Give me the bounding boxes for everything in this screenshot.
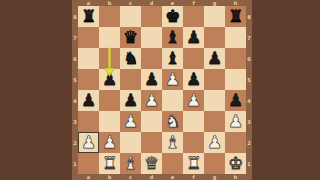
square-a5[interactable] (78, 69, 99, 90)
piece-white-knight[interactable]: ♞ (165, 111, 180, 132)
square-h2[interactable] (225, 132, 246, 153)
square-h6[interactable] (225, 48, 246, 69)
square-a2[interactable]: ♟ (78, 132, 99, 153)
square-e3[interactable]: ♞ (162, 111, 183, 132)
square-h3[interactable]: ♟ (225, 111, 246, 132)
square-g2[interactable]: ♟ (204, 132, 225, 153)
square-g7[interactable] (204, 27, 225, 48)
square-g1[interactable] (204, 153, 225, 174)
square-g5[interactable] (204, 69, 225, 90)
piece-white-pawn[interactable]: ♟ (228, 111, 243, 132)
square-h4[interactable]: ♟ (225, 90, 246, 111)
square-d6[interactable] (141, 48, 162, 69)
piece-black-bishop[interactable]: ♝ (165, 27, 180, 48)
square-b2[interactable]: ♟ (99, 132, 120, 153)
square-c4[interactable]: ♟ (120, 90, 141, 111)
piece-white-rook[interactable]: ♜ (186, 153, 201, 174)
square-b6[interactable] (99, 48, 120, 69)
rank-label-right-3: 3 (246, 111, 252, 132)
board-frame-corner (246, 174, 252, 180)
file-label-bottom-c: c (120, 174, 141, 180)
piece-black-knight[interactable]: ♞ (123, 48, 138, 69)
square-c6[interactable]: ♞ (120, 48, 141, 69)
square-h5[interactable] (225, 69, 246, 90)
rank-label-right-5: 5 (246, 69, 252, 90)
square-a1[interactable] (78, 153, 99, 174)
piece-black-pawn[interactable]: ♟ (102, 69, 117, 90)
piece-white-queen[interactable]: ♛ (144, 153, 159, 174)
square-g6[interactable]: ♟ (204, 48, 225, 69)
square-c2[interactable] (120, 132, 141, 153)
rank-label-right-6: 6 (246, 48, 252, 69)
square-e4[interactable] (162, 90, 183, 111)
square-f6[interactable] (183, 48, 204, 69)
square-h8[interactable]: ♜ (225, 6, 246, 27)
square-a3[interactable] (78, 111, 99, 132)
square-g8[interactable] (204, 6, 225, 27)
piece-black-king[interactable]: ♚ (165, 6, 180, 27)
file-label-bottom-h: h (225, 174, 246, 180)
file-label-bottom-f: f (183, 174, 204, 180)
piece-white-bishop[interactable]: ♝ (165, 132, 180, 153)
square-d4[interactable]: ♟ (141, 90, 162, 111)
piece-black-rook[interactable]: ♜ (228, 6, 243, 27)
square-g4[interactable] (204, 90, 225, 111)
rank-label-right-1: 1 (246, 153, 252, 174)
piece-white-rook[interactable]: ♜ (102, 153, 117, 174)
file-label-bottom-g: g (204, 174, 225, 180)
square-d5[interactable]: ♟ (141, 69, 162, 90)
piece-black-pawn[interactable]: ♟ (228, 90, 243, 111)
square-e1[interactable] (162, 153, 183, 174)
square-f4[interactable]: ♟ (183, 90, 204, 111)
piece-black-pawn[interactable]: ♟ (81, 90, 96, 111)
square-f1[interactable]: ♜ (183, 153, 204, 174)
square-d2[interactable] (141, 132, 162, 153)
square-b8[interactable] (99, 6, 120, 27)
piece-white-king[interactable]: ♚ (228, 153, 243, 174)
piece-white-pawn[interactable]: ♟ (102, 132, 117, 153)
square-b1[interactable]: ♜ (99, 153, 120, 174)
square-d8[interactable] (141, 6, 162, 27)
square-e8[interactable]: ♚ (162, 6, 183, 27)
piece-black-rook[interactable]: ♜ (81, 6, 96, 27)
square-c3[interactable]: ♟ (120, 111, 141, 132)
file-label-bottom-a: a (78, 174, 99, 180)
square-b5[interactable]: ♟ (99, 69, 120, 90)
square-g3[interactable] (204, 111, 225, 132)
piece-black-pawn[interactable]: ♟ (123, 90, 138, 111)
square-f2[interactable] (183, 132, 204, 153)
piece-white-pawn[interactable]: ♟ (207, 132, 222, 153)
square-d1[interactable]: ♛ (141, 153, 162, 174)
file-label-bottom-b: b (99, 174, 120, 180)
piece-white-pawn[interactable]: ♟ (144, 90, 159, 111)
piece-white-pawn[interactable]: ♟ (123, 111, 138, 132)
rank-label-right-8: 8 (246, 6, 252, 27)
square-a6[interactable] (78, 48, 99, 69)
piece-white-bishop[interactable]: ♝ (123, 153, 138, 174)
piece-black-queen[interactable]: ♛ (123, 27, 138, 48)
square-c1[interactable]: ♝ (120, 153, 141, 174)
chess-board: abcdefgh8♜♚♜87♛♝♟76♞♝♟65♟♟♟♟54♟♟♟♟♟43♟♞♟… (72, 0, 252, 180)
piece-white-pawn[interactable]: ♟ (186, 90, 201, 111)
file-label-bottom-e: e (162, 174, 183, 180)
piece-black-pawn[interactable]: ♟ (186, 69, 201, 90)
piece-black-pawn[interactable]: ♟ (144, 69, 159, 90)
chess-app-frame: abcdefgh8♜♚♜87♛♝♟76♞♝♟65♟♟♟♟54♟♟♟♟♟43♟♞♟… (0, 0, 320, 180)
square-f5[interactable]: ♟ (183, 69, 204, 90)
rank-label-right-7: 7 (246, 27, 252, 48)
square-f3[interactable] (183, 111, 204, 132)
rank-label-right-2: 2 (246, 132, 252, 153)
square-e5[interactable]: ♟ (162, 69, 183, 90)
square-b3[interactable] (99, 111, 120, 132)
file-label-bottom-d: d (141, 174, 162, 180)
piece-black-bishop[interactable]: ♝ (165, 48, 180, 69)
square-c8[interactable] (120, 6, 141, 27)
square-h1[interactable]: ♚ (225, 153, 246, 174)
rank-label-right-4: 4 (246, 90, 252, 111)
square-h7[interactable] (225, 27, 246, 48)
piece-white-pawn[interactable]: ♟ (165, 69, 180, 90)
square-c5[interactable] (120, 69, 141, 90)
square-e6[interactable]: ♝ (162, 48, 183, 69)
piece-black-pawn[interactable]: ♟ (207, 48, 222, 69)
square-b4[interactable] (99, 90, 120, 111)
piece-black-pawn[interactable]: ♟ (186, 27, 201, 48)
square-f8[interactable] (183, 6, 204, 27)
square-f7[interactable]: ♟ (183, 27, 204, 48)
square-b7[interactable] (99, 27, 120, 48)
square-a4[interactable]: ♟ (78, 90, 99, 111)
square-e2[interactable]: ♝ (162, 132, 183, 153)
square-e7[interactable]: ♝ (162, 27, 183, 48)
square-a8[interactable]: ♜ (78, 6, 99, 27)
square-c7[interactable]: ♛ (120, 27, 141, 48)
square-d7[interactable] (141, 27, 162, 48)
square-a7[interactable] (78, 27, 99, 48)
piece-white-pawn[interactable]: ♟ (81, 132, 96, 153)
square-d3[interactable] (141, 111, 162, 132)
